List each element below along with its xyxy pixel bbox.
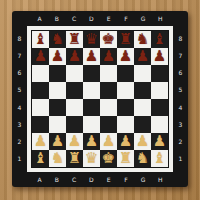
square-b7[interactable]: ♟ (49, 48, 66, 65)
square-a7[interactable]: ♟ (32, 48, 49, 65)
square-e6[interactable] (100, 65, 117, 82)
square-d3[interactable] (83, 116, 100, 133)
square-d5[interactable] (83, 82, 100, 99)
square-h5[interactable] (151, 82, 168, 99)
rank-label: 6 (13, 65, 26, 82)
file-label: F (117, 173, 134, 186)
file-label: H (152, 173, 169, 186)
piece-white-rook: ♜ (68, 150, 81, 167)
square-h6[interactable] (151, 65, 168, 82)
rank-label: 7 (174, 47, 187, 64)
square-f1[interactable]: ♜ (117, 150, 134, 167)
square-f7[interactable]: ♟ (117, 48, 134, 65)
square-h4[interactable] (151, 99, 168, 116)
square-a5[interactable] (32, 82, 49, 99)
square-f4[interactable] (117, 99, 134, 116)
piece-black-bishop: ♝ (153, 31, 166, 48)
file-label: H (152, 12, 169, 25)
rank-label: 1 (13, 151, 26, 168)
square-h2[interactable]: ♟ (151, 133, 168, 150)
file-label: B (48, 12, 65, 25)
square-c6[interactable] (66, 65, 83, 82)
file-label: C (66, 12, 83, 25)
square-f2[interactable]: ♟ (117, 133, 134, 150)
square-c7[interactable]: ♟ (66, 48, 83, 65)
square-a8[interactable]: ♝ (32, 31, 49, 48)
square-c3[interactable] (66, 116, 83, 133)
file-label: D (83, 12, 100, 25)
board-frame-strip: ♝♞♜♛♚♜♞♝♟♟♟♟♟♟♟♟♟♟♟♟♟♟♟♟♝♞♜♛♚♜♞♝ (27, 26, 173, 172)
square-g7[interactable]: ♟ (134, 48, 151, 65)
piece-black-pawn: ♟ (102, 48, 115, 65)
file-label: A (31, 173, 48, 186)
square-e1[interactable]: ♚ (100, 150, 117, 167)
file-label: D (83, 173, 100, 186)
square-e7[interactable]: ♟ (100, 48, 117, 65)
file-label: G (135, 173, 152, 186)
piece-black-queen: ♛ (85, 31, 98, 48)
square-a1[interactable]: ♝ (32, 150, 49, 167)
square-h8[interactable]: ♝ (151, 31, 168, 48)
piece-black-pawn: ♟ (85, 48, 98, 65)
piece-black-pawn: ♟ (136, 48, 149, 65)
square-b1[interactable]: ♞ (49, 150, 66, 167)
square-e8[interactable]: ♚ (100, 31, 117, 48)
piece-black-knight: ♞ (51, 31, 64, 48)
piece-white-pawn: ♟ (119, 133, 132, 150)
file-label: C (66, 173, 83, 186)
piece-black-rook: ♜ (68, 31, 81, 48)
square-g3[interactable] (134, 116, 151, 133)
rank-labels-left: 87654321 (13, 30, 26, 168)
square-g6[interactable] (134, 65, 151, 82)
rank-label: 8 (174, 30, 187, 47)
piece-white-pawn: ♟ (102, 133, 115, 150)
rank-label: 8 (13, 30, 26, 47)
square-d7[interactable]: ♟ (83, 48, 100, 65)
square-e2[interactable]: ♟ (100, 133, 117, 150)
rank-label: 2 (174, 134, 187, 151)
piece-black-pawn: ♟ (68, 48, 81, 65)
square-g4[interactable] (134, 99, 151, 116)
square-g1[interactable]: ♞ (134, 150, 151, 167)
file-label: E (100, 173, 117, 186)
square-g5[interactable] (134, 82, 151, 99)
square-a6[interactable] (32, 65, 49, 82)
square-e4[interactable] (100, 99, 117, 116)
square-f3[interactable] (117, 116, 134, 133)
rank-label: 5 (13, 82, 26, 99)
piece-white-knight: ♞ (136, 150, 149, 167)
file-label: F (117, 12, 134, 25)
rank-label: 3 (174, 116, 187, 133)
square-d4[interactable] (83, 99, 100, 116)
piece-black-king: ♚ (102, 31, 115, 48)
file-label: G (135, 12, 152, 25)
square-f8[interactable]: ♜ (117, 31, 134, 48)
square-b3[interactable] (49, 116, 66, 133)
square-c1[interactable]: ♜ (66, 150, 83, 167)
square-a2[interactable]: ♟ (32, 133, 49, 150)
piece-white-queen: ♛ (85, 150, 98, 167)
piece-white-king: ♚ (102, 150, 115, 167)
piece-white-pawn: ♟ (153, 133, 166, 150)
square-d1[interactable]: ♛ (83, 150, 100, 167)
file-label: A (31, 12, 48, 25)
piece-white-rook: ♜ (119, 150, 132, 167)
square-h1[interactable]: ♝ (151, 150, 168, 167)
file-labels-bottom: ABCDEFGH (31, 173, 169, 186)
square-d2[interactable]: ♟ (83, 133, 100, 150)
file-labels-top: ABCDEFGH (31, 12, 169, 25)
square-c2[interactable]: ♟ (66, 133, 83, 150)
piece-white-pawn: ♟ (68, 133, 81, 150)
piece-black-bishop: ♝ (34, 31, 47, 48)
square-g2[interactable]: ♟ (134, 133, 151, 150)
wood-frame: ABCDEFGH ABCDEFGH 87654321 87654321 ♝♞♜♛… (0, 0, 200, 200)
square-c8[interactable]: ♜ (66, 31, 83, 48)
chess-board: ♝♞♜♛♚♜♞♝♟♟♟♟♟♟♟♟♟♟♟♟♟♟♟♟♝♞♜♛♚♜♞♝ (31, 30, 169, 168)
square-e5[interactable] (100, 82, 117, 99)
file-label: B (48, 173, 65, 186)
square-d6[interactable] (83, 65, 100, 82)
rank-label: 4 (13, 99, 26, 116)
square-b2[interactable]: ♟ (49, 133, 66, 150)
rank-labels-right: 87654321 (174, 30, 187, 168)
square-a3[interactable] (32, 116, 49, 133)
piece-white-knight: ♞ (51, 150, 64, 167)
square-b5[interactable] (49, 82, 66, 99)
piece-black-pawn: ♟ (119, 48, 132, 65)
file-label: E (100, 12, 117, 25)
piece-black-knight: ♞ (136, 31, 149, 48)
piece-black-rook: ♜ (119, 31, 132, 48)
rank-label: 3 (13, 116, 26, 133)
piece-white-bishop: ♝ (153, 150, 166, 167)
square-b6[interactable] (49, 65, 66, 82)
piece-black-pawn: ♟ (51, 48, 64, 65)
square-f5[interactable] (117, 82, 134, 99)
square-d8[interactable]: ♛ (83, 31, 100, 48)
piece-white-pawn: ♟ (136, 133, 149, 150)
rank-label: 2 (13, 134, 26, 151)
square-e3[interactable] (100, 116, 117, 133)
square-b4[interactable] (49, 99, 66, 116)
piece-black-pawn: ♟ (153, 48, 166, 65)
rank-label: 1 (174, 151, 187, 168)
demo-board-panel: ABCDEFGH ABCDEFGH 87654321 87654321 ♝♞♜♛… (12, 11, 188, 187)
rank-label: 5 (174, 82, 187, 99)
piece-white-pawn: ♟ (85, 133, 98, 150)
square-f6[interactable] (117, 65, 134, 82)
piece-white-pawn: ♟ (34, 133, 47, 150)
square-a4[interactable] (32, 99, 49, 116)
square-c4[interactable] (66, 99, 83, 116)
square-b8[interactable]: ♞ (49, 31, 66, 48)
piece-black-pawn: ♟ (34, 48, 47, 65)
square-h7[interactable]: ♟ (151, 48, 168, 65)
rank-label: 7 (13, 47, 26, 64)
rank-label: 6 (174, 65, 187, 82)
rank-label: 4 (174, 99, 187, 116)
square-c5[interactable] (66, 82, 83, 99)
square-h3[interactable] (151, 116, 168, 133)
square-g8[interactable]: ♞ (134, 31, 151, 48)
piece-white-pawn: ♟ (51, 133, 64, 150)
piece-white-bishop: ♝ (34, 150, 47, 167)
